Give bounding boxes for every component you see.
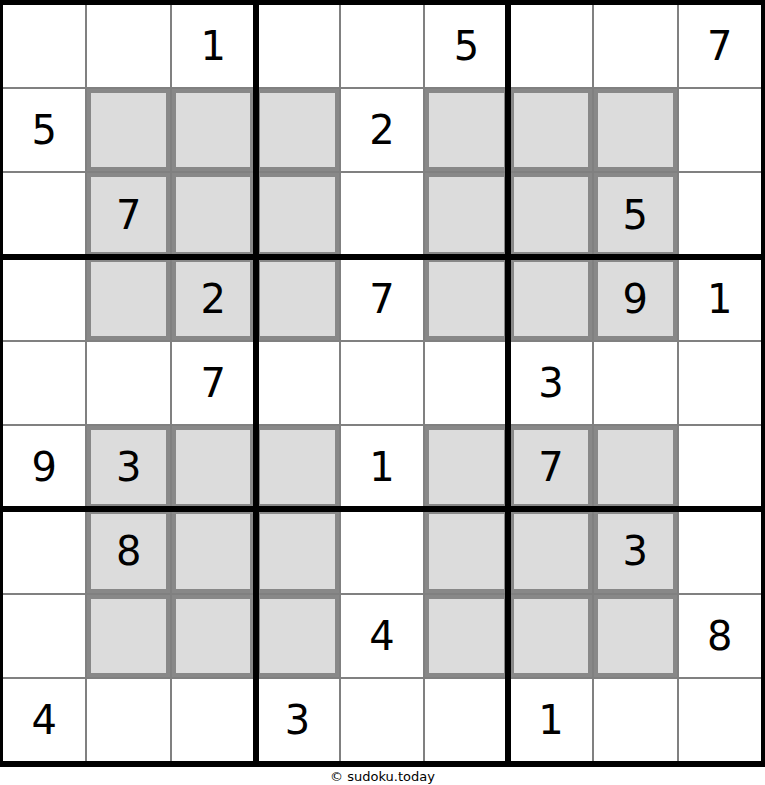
- cell-r8c8[interactable]: [594, 595, 676, 677]
- cell-r4c1[interactable]: [3, 258, 85, 340]
- cell-r6c5[interactable]: 1: [341, 426, 423, 508]
- cell-r9c7[interactable]: 1: [510, 679, 592, 761]
- cell-r8c7[interactable]: [510, 595, 592, 677]
- cell-r8c2[interactable]: [87, 595, 169, 677]
- cell-r9c8[interactable]: [594, 679, 676, 761]
- cell-r6c6[interactable]: [425, 426, 507, 508]
- cell-r5c4[interactable]: [256, 342, 338, 424]
- cell-r7c7[interactable]: [510, 510, 592, 592]
- cell-r9c3[interactable]: [172, 679, 254, 761]
- given-digit: 2: [200, 279, 225, 319]
- cell-r1c5[interactable]: [341, 5, 423, 87]
- cell-r4c8[interactable]: 9: [594, 258, 676, 340]
- cell-r3c7[interactable]: [510, 173, 592, 255]
- cell-r5c5[interactable]: [341, 342, 423, 424]
- cell-r4c7[interactable]: [510, 258, 592, 340]
- cell-r5c8[interactable]: [594, 342, 676, 424]
- cell-r9c4[interactable]: 3: [256, 679, 338, 761]
- cell-r3c4[interactable]: [256, 173, 338, 255]
- cell-r4c9[interactable]: 1: [679, 258, 761, 340]
- given-digit: 7: [369, 279, 394, 319]
- cell-r7c3[interactable]: [172, 510, 254, 592]
- given-digit: 8: [707, 616, 732, 656]
- cell-r9c1[interactable]: 4: [3, 679, 85, 761]
- cell-r3c6[interactable]: [425, 173, 507, 255]
- cell-r8c3[interactable]: [172, 595, 254, 677]
- cell-r7c9[interactable]: [679, 510, 761, 592]
- cell-r1c1[interactable]: [3, 5, 85, 87]
- cell-r4c2[interactable]: [87, 258, 169, 340]
- cell-r5c2[interactable]: [87, 342, 169, 424]
- cell-r1c3[interactable]: 1: [172, 5, 254, 87]
- box-divider-horizontal-1: [3, 254, 761, 260]
- cell-r3c1[interactable]: [3, 173, 85, 255]
- given-digit: 8: [116, 531, 141, 571]
- cell-r5c7[interactable]: 3: [510, 342, 592, 424]
- box-divider-vertical-2: [505, 5, 511, 761]
- cell-r2c2[interactable]: [87, 89, 169, 171]
- sudoku-board: 157527527917393178348431: [0, 0, 765, 767]
- cell-r1c2[interactable]: [87, 5, 169, 87]
- cell-r7c4[interactable]: [256, 510, 338, 592]
- given-digit: 3: [116, 447, 141, 487]
- given-digit: 1: [369, 447, 394, 487]
- cell-r8c4[interactable]: [256, 595, 338, 677]
- cell-r4c4[interactable]: [256, 258, 338, 340]
- cell-r3c2[interactable]: 7: [87, 173, 169, 255]
- given-digit: 3: [538, 363, 563, 403]
- cell-r1c4[interactable]: [256, 5, 338, 87]
- given-digit: 5: [454, 26, 479, 66]
- given-digit: 4: [369, 616, 394, 656]
- given-digit: 5: [31, 110, 56, 150]
- cell-r6c2[interactable]: 3: [87, 426, 169, 508]
- cell-r2c9[interactable]: [679, 89, 761, 171]
- cell-r2c5[interactable]: 2: [341, 89, 423, 171]
- sudoku-board-grid: 157527527917393178348431: [3, 5, 761, 761]
- cell-r3c5[interactable]: [341, 173, 423, 255]
- cell-r5c6[interactable]: [425, 342, 507, 424]
- given-digit: 3: [623, 531, 648, 571]
- cell-r3c3[interactable]: [172, 173, 254, 255]
- cell-r6c3[interactable]: [172, 426, 254, 508]
- cell-r5c3[interactable]: 7: [172, 342, 254, 424]
- cell-r6c9[interactable]: [679, 426, 761, 508]
- cell-r2c1[interactable]: 5: [3, 89, 85, 171]
- cell-r2c8[interactable]: [594, 89, 676, 171]
- given-digit: 1: [707, 279, 732, 319]
- cell-r9c5[interactable]: [341, 679, 423, 761]
- cell-r9c2[interactable]: [87, 679, 169, 761]
- cell-r6c4[interactable]: [256, 426, 338, 508]
- cell-r2c3[interactable]: [172, 89, 254, 171]
- cell-r2c6[interactable]: [425, 89, 507, 171]
- cell-r7c1[interactable]: [3, 510, 85, 592]
- cell-r4c6[interactable]: [425, 258, 507, 340]
- cell-r4c5[interactable]: 7: [341, 258, 423, 340]
- box-divider-horizontal-2: [3, 506, 761, 512]
- given-digit: 7: [707, 26, 732, 66]
- copyright: © sudoku.today: [0, 767, 765, 785]
- given-digit: 3: [285, 700, 310, 740]
- given-digit: 5: [623, 195, 648, 235]
- cell-r1c8[interactable]: [594, 5, 676, 87]
- given-digit: 1: [538, 700, 563, 740]
- given-digit: 7: [200, 363, 225, 403]
- cell-r8c5[interactable]: 4: [341, 595, 423, 677]
- cell-r3c8[interactable]: 5: [594, 173, 676, 255]
- given-digit: 4: [31, 700, 56, 740]
- cell-r1c7[interactable]: [510, 5, 592, 87]
- cell-r1c6[interactable]: 5: [425, 5, 507, 87]
- given-digit: 9: [623, 279, 648, 319]
- cell-r3c9[interactable]: [679, 173, 761, 255]
- cell-r5c1[interactable]: [3, 342, 85, 424]
- page: 157527527917393178348431 © sudoku.today: [0, 0, 765, 785]
- cell-r8c9[interactable]: 8: [679, 595, 761, 677]
- cell-r2c7[interactable]: [510, 89, 592, 171]
- box-divider-vertical-1: [253, 5, 259, 761]
- given-digit: 1: [200, 26, 225, 66]
- given-digit: 2: [369, 110, 394, 150]
- cell-r4c3[interactable]: 2: [172, 258, 254, 340]
- cell-r7c2[interactable]: 8: [87, 510, 169, 592]
- cell-r5c9[interactable]: [679, 342, 761, 424]
- cell-r8c6[interactable]: [425, 595, 507, 677]
- cell-r7c6[interactable]: [425, 510, 507, 592]
- cell-r6c7[interactable]: 7: [510, 426, 592, 508]
- cell-r1c9[interactable]: 7: [679, 5, 761, 87]
- cell-r8c1[interactable]: [3, 595, 85, 677]
- given-digit: 7: [116, 195, 141, 235]
- given-digit: 9: [31, 447, 56, 487]
- cell-r6c1[interactable]: 9: [3, 426, 85, 508]
- cell-r9c9[interactable]: [679, 679, 761, 761]
- cell-r7c8[interactable]: 3: [594, 510, 676, 592]
- cell-r6c8[interactable]: [594, 426, 676, 508]
- given-digit: 7: [538, 447, 563, 487]
- cell-r9c6[interactable]: [425, 679, 507, 761]
- cell-r7c5[interactable]: [341, 510, 423, 592]
- cell-r2c4[interactable]: [256, 89, 338, 171]
